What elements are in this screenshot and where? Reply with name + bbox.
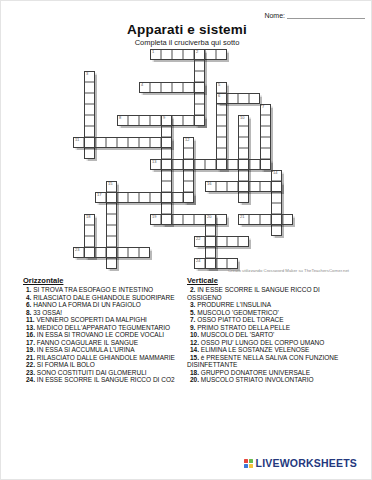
- grid-cell[interactable]: 14: [271, 170, 282, 181]
- page-subtitle: Completa il cruciverba qui sotto: [1, 38, 372, 47]
- liveworksheets-link[interactable]: LIVEWORKSHEETS: [244, 457, 357, 469]
- grid-cell[interactable]: [216, 137, 227, 148]
- grid-cell[interactable]: 17: [95, 192, 106, 203]
- clue-item-text: SI FORMA IL BOLO: [37, 361, 95, 368]
- grid-cell[interactable]: [106, 247, 117, 258]
- grid-cell[interactable]: [150, 137, 161, 148]
- grid-cell[interactable]: [106, 192, 117, 203]
- grid-cell[interactable]: [271, 214, 282, 225]
- grid-cell[interactable]: [216, 148, 227, 159]
- grid-cell[interactable]: [95, 247, 106, 258]
- grid-cell[interactable]: [106, 214, 117, 225]
- clue-item-text: 33 OSSA!: [33, 309, 62, 316]
- grid-cell[interactable]: 1: [150, 49, 161, 60]
- grid-cell[interactable]: [117, 192, 128, 203]
- clue-number: 10: [240, 116, 244, 121]
- grid-cell[interactable]: [117, 137, 128, 148]
- grid-cell[interactable]: [150, 115, 161, 126]
- grid-cell[interactable]: [227, 181, 238, 192]
- grid-cell[interactable]: [106, 225, 117, 236]
- grid-cell[interactable]: [106, 258, 117, 269]
- grid-cell[interactable]: 15: [106, 181, 117, 192]
- grid-cell[interactable]: 18: [84, 214, 95, 225]
- grid-cell[interactable]: 10: [238, 115, 249, 126]
- grid-cell[interactable]: [194, 104, 205, 115]
- clue-item-number: 23.: [26, 369, 37, 376]
- clue-item: 22. SI FORMA IL BOLO: [23, 361, 193, 369]
- grid-cell[interactable]: 6: [216, 93, 227, 104]
- grid-cell[interactable]: [172, 115, 183, 126]
- page-title: Apparati e sistemi: [1, 22, 372, 37]
- grid-cell[interactable]: [139, 115, 150, 126]
- grid-cell[interactable]: [249, 214, 260, 225]
- clue-item-number: 18.: [190, 369, 201, 376]
- grid-cell[interactable]: [194, 60, 205, 71]
- across-clues-list: 1. SI TROVA TRA ESOFAGO E INTESTINO4. RI…: [23, 286, 193, 384]
- clue-item: 1. SI TROVA TRA ESOFAGO E INTESTINO: [23, 286, 193, 294]
- grid-cell[interactable]: [172, 49, 183, 60]
- across-clues-header: Orizzontale: [23, 277, 193, 285]
- clue-item-number: 20.: [190, 376, 201, 383]
- grid-cell[interactable]: [260, 148, 271, 159]
- grid-cell[interactable]: [194, 115, 205, 126]
- clue-item-text: SI TROVA TRA ESOFAGO E INTESTINO: [33, 286, 153, 293]
- clue-item: 21. RILASCIATO DALLE GHIANDOLE MAMMARIE: [23, 354, 193, 362]
- clue-number: 1: [152, 50, 154, 55]
- grid-cell[interactable]: [95, 137, 106, 148]
- clue-number: 24: [196, 259, 200, 264]
- grid-cell[interactable]: [161, 82, 172, 93]
- grid-cell[interactable]: [216, 258, 227, 269]
- clue-item-text: IN ESSA SI TROVANO LE CORDE VOCALI: [37, 331, 164, 338]
- grid-cell[interactable]: [128, 192, 139, 203]
- clue-item-text: HANNO LA FORMA DI UN FAGIOLO: [33, 301, 141, 308]
- grid-cell[interactable]: [260, 159, 271, 170]
- grid-cell[interactable]: [150, 82, 161, 93]
- clue-number: 17: [97, 193, 101, 198]
- grid-cell[interactable]: [161, 148, 172, 159]
- clue-item-number: 10.: [190, 331, 201, 338]
- clue-item-text: OSSO PIU' LUNGO DEL CORPO UMANO: [201, 339, 324, 346]
- clue-item: 3. PRODURRE L'INSULINA: [187, 301, 339, 309]
- clue-item-text: MUSCOLO 'GEOMETRICO': [197, 309, 279, 316]
- clue-item: 9. PRIMO STRATO DELLA PELLE: [187, 324, 339, 332]
- grid-cell[interactable]: [128, 115, 139, 126]
- clue-item: 23. SONO COSTITUITI DAI GLOMERULI: [23, 369, 193, 377]
- grid-cell[interactable]: [216, 236, 227, 247]
- clue-item: 2. IN ESSE SCORRE IL SANGUE RICCO DI OSS…: [187, 286, 339, 301]
- grid-cell[interactable]: [238, 126, 249, 137]
- grid-cell[interactable]: [183, 214, 194, 225]
- grid-cell[interactable]: [183, 115, 194, 126]
- grid-cell[interactable]: [216, 115, 227, 126]
- clue-item: 5. MUSCOLO 'GEOMETRICO': [187, 309, 339, 317]
- name-input-line[interactable]: [287, 9, 365, 19]
- grid-cell[interactable]: [161, 214, 172, 225]
- grid-cell[interactable]: [249, 181, 260, 192]
- grid-cell[interactable]: [260, 126, 271, 137]
- clue-number: 18: [86, 215, 90, 220]
- clue-item: 7. OSSO PIATTO DEL TORACE: [187, 316, 339, 324]
- grid-cell[interactable]: [238, 159, 249, 170]
- clue-number: 21: [240, 215, 244, 220]
- grid-cell[interactable]: [194, 214, 205, 225]
- grid-cell[interactable]: [238, 137, 249, 148]
- clue-item: 8. 33 OSSA!: [23, 309, 193, 317]
- grid-cell[interactable]: [84, 137, 95, 148]
- grid-cell[interactable]: 23: [73, 247, 84, 258]
- clue-item-text: OSSO PIATTO DEL TORACE: [197, 316, 283, 323]
- clue-item-number: 17.: [26, 339, 37, 346]
- grid-cell[interactable]: 7: [260, 104, 271, 115]
- grid-cell[interactable]: [183, 170, 194, 181]
- liveworksheets-brand: LIVEWORKSHEETS: [256, 457, 357, 469]
- down-clues-header: Verticale: [187, 277, 339, 285]
- grid-cell[interactable]: [205, 236, 216, 247]
- grid-cell[interactable]: [84, 82, 95, 93]
- clue-number: 2: [196, 50, 198, 55]
- clue-item-number: 12.: [190, 339, 201, 346]
- grid-cell[interactable]: [216, 214, 227, 225]
- grid-cell[interactable]: [216, 49, 227, 60]
- clue-item-text: RILASCIATO DALE GHIANDOLE SUDORIPARE: [33, 294, 174, 301]
- grid-cell[interactable]: [84, 148, 95, 159]
- grid-cell[interactable]: [139, 137, 150, 148]
- grid-cell[interactable]: [216, 126, 227, 137]
- grid-cell[interactable]: 11: [73, 137, 84, 148]
- clue-item-text: PRODURRE L'INSULINA: [197, 301, 271, 308]
- down-clues: Verticale 2. IN ESSE SCORRE IL SANGUE RI…: [187, 277, 339, 384]
- grid-cell[interactable]: [238, 93, 249, 104]
- clue-number: 19: [152, 215, 156, 220]
- grid-cell[interactable]: [183, 148, 194, 159]
- clue-number: 11: [75, 138, 79, 143]
- grid-cell[interactable]: 20: [205, 214, 216, 225]
- clue-item: 17. FANNO COAGULARE IL SANGUE: [23, 339, 193, 347]
- clue-item-text: FANNO COAGULARE IL SANGUE: [37, 339, 138, 346]
- grid-cell[interactable]: [249, 159, 260, 170]
- grid-cell[interactable]: [205, 159, 216, 170]
- clue-number: 5: [218, 83, 220, 88]
- worksheet-page: Nome: Apparati e sistemi Completa il cru…: [0, 0, 372, 480]
- grid-cell[interactable]: [205, 225, 216, 236]
- clue-item-text: MUSCOLO DEL 'SARTO': [201, 331, 275, 338]
- clue-item: 4. RILASCIATO DALE GHIANDOLE SUDORIPARE: [23, 294, 193, 302]
- clue-item: 11. VENNERO SCOPERTI DA MALPIGHI: [23, 316, 193, 324]
- clue-item: 6. HANNO LA FORMA DI UN FAGIOLO: [23, 301, 193, 309]
- grid-cell[interactable]: [238, 192, 249, 203]
- grid-cell[interactable]: [128, 247, 139, 258]
- clue-item-text: IN ESSE SCORRE IL SANGUE RICCO DI CO2: [37, 376, 175, 383]
- grid-cell[interactable]: 22: [194, 236, 205, 247]
- grid-cell[interactable]: [238, 170, 249, 181]
- grid-cell[interactable]: [260, 115, 271, 126]
- clue-number: 14: [273, 171, 277, 176]
- grid-cell[interactable]: [194, 71, 205, 82]
- grid-cell[interactable]: [227, 159, 238, 170]
- clue-item: 19. IN ESSA SI ACCUMULA L'URINA: [23, 346, 193, 354]
- grid-cell[interactable]: 9: [161, 115, 172, 126]
- grid-cell[interactable]: [172, 192, 183, 203]
- name-label: Nome:: [264, 12, 285, 19]
- grid-cell[interactable]: [161, 137, 172, 148]
- grid-cell[interactable]: [271, 203, 282, 214]
- grid-cell[interactable]: [161, 49, 172, 60]
- clue-number: 4: [141, 83, 143, 88]
- clue-item-number: 19.: [26, 346, 37, 353]
- grid-cell[interactable]: [128, 137, 139, 148]
- clue-item: 20. MUSCOLO STRIATO INVOLONTARIO: [187, 376, 339, 384]
- across-clues: Orizzontale 1. SI TROVA TRA ESOFAGO E IN…: [23, 277, 193, 384]
- grid-cell[interactable]: [183, 181, 194, 192]
- grid-cell[interactable]: [139, 247, 150, 258]
- grid-cell[interactable]: [205, 49, 216, 60]
- grid-cell[interactable]: [172, 82, 183, 93]
- clue-item-number: 13.: [26, 324, 37, 331]
- grid-cell[interactable]: [205, 247, 216, 258]
- grid-cell[interactable]: [84, 247, 95, 258]
- clue-item-text: è PRESENTE NELLA SALIVA CON FUNZIONE DIS…: [187, 354, 338, 369]
- grid-cell[interactable]: [172, 159, 183, 170]
- grid-cell[interactable]: [194, 159, 205, 170]
- grid-cell[interactable]: 2: [194, 49, 205, 60]
- clue-number: 8: [119, 116, 121, 121]
- grid-cell[interactable]: [84, 104, 95, 115]
- clue-number: 16: [207, 182, 211, 187]
- clue-item: 15. è PRESENTE NELLA SALIVA CON FUNZIONE…: [187, 354, 339, 369]
- clue-item: 13. MEDICO DELL'APPARATO TEGUMENTARIO: [23, 324, 193, 332]
- clue-number: 23: [75, 248, 79, 253]
- clue-number: 12: [185, 138, 189, 143]
- credit-line: Creato utilizzando Crossword Maker su Th…: [228, 268, 349, 273]
- down-clues-list: 2. IN ESSE SCORRE IL SANGUE RICCO DI OSS…: [187, 286, 339, 384]
- clue-number: 3: [86, 72, 88, 77]
- grid-cell[interactable]: [183, 159, 194, 170]
- grid-cell[interactable]: 5: [216, 82, 227, 93]
- grid-cell[interactable]: [161, 159, 172, 170]
- logo-square: [249, 459, 253, 463]
- grid-cell[interactable]: [227, 93, 238, 104]
- clue-item-text: RILASCIATO DALLE GHIANDOLE MAMMARIE: [37, 354, 175, 361]
- grid-cell[interactable]: [106, 236, 117, 247]
- grid-cell[interactable]: [183, 192, 194, 203]
- grid-cell[interactable]: [260, 181, 271, 192]
- clue-item-text: IN ESSE SCORRE IL SANGUE RICCO DI OSSIGE…: [187, 286, 320, 301]
- clue-item-number: 11.: [26, 316, 36, 323]
- clue-number: 15: [108, 182, 112, 187]
- clue-item: 24. IN ESSE SCORRE IL SANGUE RICCO DI CO…: [23, 376, 193, 384]
- clue-item-number: 22.: [26, 361, 37, 368]
- grid-cell[interactable]: 16: [205, 181, 216, 192]
- crossword-grid: 123456789101112131415161718192021222324: [62, 49, 294, 270]
- clue-item-text: SONO COSTITUITI DAI GLOMERULI: [37, 369, 147, 376]
- grid-cell[interactable]: [216, 104, 227, 115]
- grid-cell[interactable]: [282, 214, 293, 225]
- grid-cell[interactable]: [161, 181, 172, 192]
- grid-cell[interactable]: [238, 148, 249, 159]
- grid-cell[interactable]: 4: [139, 82, 150, 93]
- grid-cell[interactable]: 19: [150, 214, 161, 225]
- grid-cell[interactable]: 21: [238, 214, 249, 225]
- logo-square: [249, 464, 253, 468]
- clue-item: 10. MUSCOLO DEL 'SARTO': [187, 331, 339, 339]
- logo-square: [244, 459, 248, 463]
- grid-cell[interactable]: [205, 258, 216, 269]
- grid-cell[interactable]: [172, 214, 183, 225]
- grid-cell[interactable]: [238, 181, 249, 192]
- grid-cell[interactable]: [84, 115, 95, 126]
- grid-cell[interactable]: [84, 126, 95, 137]
- clue-number: 20: [207, 215, 211, 220]
- grid-cell[interactable]: [161, 203, 172, 214]
- grid-cell[interactable]: [260, 137, 271, 148]
- clue-item: 18. GRUPPO DONATORE UNIVERSALE: [187, 369, 339, 377]
- clue-item-text: GRUPPO DONATORE UNIVERSALE: [201, 369, 310, 376]
- grid-cell[interactable]: [183, 49, 194, 60]
- grid-cell[interactable]: [194, 82, 205, 93]
- grid-cell[interactable]: [216, 181, 227, 192]
- clue-item-text: VENNERO SCOPERTI DA MALPIGHI: [36, 316, 146, 323]
- grid-cell[interactable]: [84, 225, 95, 236]
- clue-item: 14. ELIMINA LE SOSTANZE VELENOSE: [187, 346, 339, 354]
- clue-item-number: 15.: [190, 354, 201, 361]
- grid-cell[interactable]: [106, 203, 117, 214]
- grid-cell[interactable]: [249, 93, 260, 104]
- grid-cell[interactable]: [161, 170, 172, 181]
- clue-item-text: ELIMINA LE SOSTANZE VELENOSE: [201, 346, 310, 353]
- clue-item: 16. IN ESSA SI TROVANO LE CORDE VOCALI: [23, 331, 193, 339]
- grid-cell[interactable]: [260, 214, 271, 225]
- grid-cell[interactable]: [227, 236, 238, 247]
- grid-cell[interactable]: [150, 192, 161, 203]
- grid-cell[interactable]: 8: [117, 115, 128, 126]
- grid-cell[interactable]: [271, 192, 282, 203]
- clue-item-number: 24.: [26, 376, 37, 383]
- name-row: Nome:: [264, 9, 365, 19]
- clue-number: 7: [262, 105, 264, 110]
- grid-cell[interactable]: 3: [84, 71, 95, 82]
- clue-item-text: PRIMO STRATO DELLA PELLE: [197, 324, 290, 331]
- logo-square: [244, 464, 248, 468]
- grid-cell[interactable]: [161, 192, 172, 203]
- grid-cell[interactable]: [84, 93, 95, 104]
- clue-item-text: MEDICO DELL'APPARATO TEGUMENTARIO: [37, 324, 170, 331]
- grid-cell[interactable]: [117, 247, 128, 258]
- grid-cell[interactable]: [84, 236, 95, 247]
- clue-item-number: 21.: [26, 354, 37, 361]
- grid-cell[interactable]: [183, 82, 194, 93]
- grid-cell[interactable]: [216, 159, 227, 170]
- clue-number: 6: [218, 94, 220, 99]
- clue-item-number: 16.: [26, 331, 37, 338]
- grid-cell[interactable]: 13: [150, 159, 161, 170]
- clue-item: 12. OSSO PIU' LUNGO DEL CORPO UMANO: [187, 339, 339, 347]
- grid-cell[interactable]: [271, 181, 282, 192]
- clue-number: 9: [163, 116, 165, 121]
- clue-item-text: MUSCOLO STRIATO INVOLONTARIO: [201, 376, 314, 383]
- grid-cell[interactable]: [106, 137, 117, 148]
- clue-number: 22: [196, 237, 200, 242]
- liveworksheets-logo-icon: [244, 459, 253, 468]
- grid-cell[interactable]: 24: [194, 258, 205, 269]
- grid-cell[interactable]: [238, 236, 249, 247]
- clue-item-text: IN ESSA SI ACCUMULA L'URINA: [37, 346, 135, 353]
- clue-item-number: 14.: [190, 346, 201, 353]
- grid-cell[interactable]: [194, 93, 205, 104]
- grid-cell[interactable]: [139, 192, 150, 203]
- clue-number: 13: [152, 160, 156, 165]
- grid-cell[interactable]: 12: [183, 137, 194, 148]
- grid-cell[interactable]: [161, 126, 172, 137]
- grid-cell[interactable]: [271, 225, 282, 236]
